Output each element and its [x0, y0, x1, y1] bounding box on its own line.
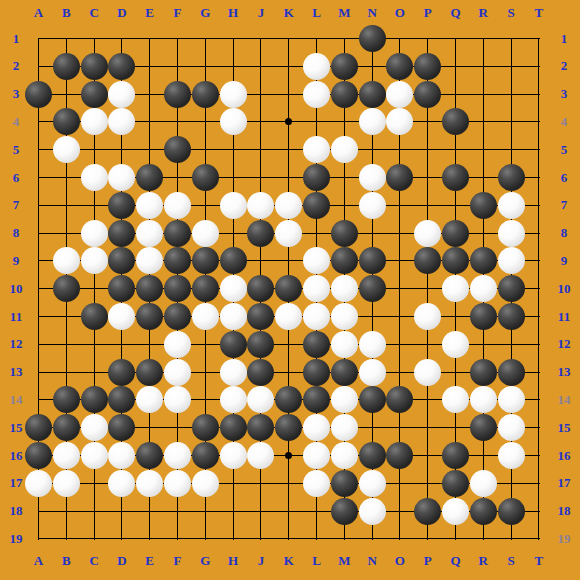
coord-label-right-16: 16: [551, 449, 577, 463]
black-stone-G10[interactable]: [192, 275, 219, 302]
coord-label-right-18: 18: [551, 504, 577, 518]
black-stone-G16[interactable]: [192, 442, 219, 469]
coord-label-right-13: 13: [551, 365, 577, 379]
white-stone-H4[interactable]: [220, 108, 247, 135]
black-stone-M3[interactable]: [331, 81, 358, 108]
white-stone-F14[interactable]: [164, 386, 191, 413]
white-stone-F16[interactable]: [164, 442, 191, 469]
white-stone-M15[interactable]: [331, 414, 358, 441]
white-stone-F17[interactable]: [164, 470, 191, 497]
white-stone-D6[interactable]: [108, 164, 135, 191]
black-stone-N9[interactable]: [359, 247, 386, 274]
black-stone-B2[interactable]: [53, 53, 80, 80]
black-stone-M17[interactable]: [331, 470, 358, 497]
black-stone-L14[interactable]: [303, 386, 330, 413]
black-stone-S11[interactable]: [498, 303, 525, 330]
white-stone-P8[interactable]: [414, 220, 441, 247]
white-stone-M14[interactable]: [331, 386, 358, 413]
coord-label-bottom-O: O: [387, 554, 413, 568]
coord-label-bottom-B: B: [53, 554, 79, 568]
coord-label-bottom-F: F: [165, 554, 191, 568]
black-stone-H15[interactable]: [220, 414, 247, 441]
black-stone-E16[interactable]: [136, 442, 163, 469]
black-stone-G3[interactable]: [192, 81, 219, 108]
white-stone-N4[interactable]: [359, 108, 386, 135]
coord-label-right-6: 6: [551, 171, 577, 185]
coord-label-top-J: J: [248, 6, 274, 20]
white-stone-H14[interactable]: [220, 386, 247, 413]
black-stone-K14[interactable]: [275, 386, 302, 413]
white-stone-H3[interactable]: [220, 81, 247, 108]
white-stone-N17[interactable]: [359, 470, 386, 497]
black-stone-M8[interactable]: [331, 220, 358, 247]
black-stone-F5[interactable]: [164, 136, 191, 163]
black-stone-G6[interactable]: [192, 164, 219, 191]
white-stone-H11[interactable]: [220, 303, 247, 330]
coord-label-right-17: 17: [551, 476, 577, 490]
black-stone-K10[interactable]: [275, 275, 302, 302]
black-stone-Q17[interactable]: [442, 470, 469, 497]
coord-label-top-B: B: [53, 6, 79, 20]
coord-label-top-G: G: [192, 6, 218, 20]
coord-label-bottom-N: N: [359, 554, 385, 568]
black-stone-L12[interactable]: [303, 331, 330, 358]
coord-label-bottom-G: G: [192, 554, 218, 568]
black-stone-J10[interactable]: [247, 275, 274, 302]
black-stone-C2[interactable]: [81, 53, 108, 80]
black-stone-M13[interactable]: [331, 359, 358, 386]
white-stone-H10[interactable]: [220, 275, 247, 302]
black-stone-F8[interactable]: [164, 220, 191, 247]
white-stone-H16[interactable]: [220, 442, 247, 469]
white-stone-C8[interactable]: [81, 220, 108, 247]
coord-label-top-F: F: [165, 6, 191, 20]
black-stone-O6[interactable]: [386, 164, 413, 191]
black-stone-C11[interactable]: [81, 303, 108, 330]
white-stone-D16[interactable]: [108, 442, 135, 469]
go-board-screen: AABBCCDDEEFFGGHHJJKKLLMMNNOOPPQQRRSSTT11…: [0, 0, 580, 580]
black-stone-Q6[interactable]: [442, 164, 469, 191]
white-stone-B5[interactable]: [53, 136, 80, 163]
black-stone-P9[interactable]: [414, 247, 441, 274]
coord-label-bottom-K: K: [276, 554, 302, 568]
black-stone-K15[interactable]: [275, 414, 302, 441]
black-stone-H12[interactable]: [220, 331, 247, 358]
white-stone-K11[interactable]: [275, 303, 302, 330]
black-stone-B15[interactable]: [53, 414, 80, 441]
coord-label-right-15: 15: [551, 421, 577, 435]
white-stone-F12[interactable]: [164, 331, 191, 358]
coord-label-right-4: 4: [551, 115, 577, 129]
black-stone-E10[interactable]: [136, 275, 163, 302]
white-stone-N18[interactable]: [359, 498, 386, 525]
black-stone-J11[interactable]: [247, 303, 274, 330]
black-stone-F10[interactable]: [164, 275, 191, 302]
white-stone-S9[interactable]: [498, 247, 525, 274]
black-stone-F9[interactable]: [164, 247, 191, 274]
white-stone-H13[interactable]: [220, 359, 247, 386]
black-stone-R18[interactable]: [470, 498, 497, 525]
black-stone-P3[interactable]: [414, 81, 441, 108]
black-stone-G9[interactable]: [192, 247, 219, 274]
white-stone-A17[interactable]: [25, 470, 52, 497]
black-stone-R11[interactable]: [470, 303, 497, 330]
white-stone-Q12[interactable]: [442, 331, 469, 358]
black-stone-B10[interactable]: [53, 275, 80, 302]
coord-label-top-M: M: [331, 6, 357, 20]
white-stone-N6[interactable]: [359, 164, 386, 191]
black-stone-N3[interactable]: [359, 81, 386, 108]
black-stone-D2[interactable]: [108, 53, 135, 80]
black-stone-B14[interactable]: [53, 386, 80, 413]
coord-label-bottom-M: M: [331, 554, 357, 568]
white-stone-C4[interactable]: [81, 108, 108, 135]
white-stone-F7[interactable]: [164, 192, 191, 219]
white-stone-K8[interactable]: [275, 220, 302, 247]
coord-label-bottom-T: T: [526, 554, 552, 568]
coord-label-right-14: 14: [551, 393, 577, 407]
white-stone-B16[interactable]: [53, 442, 80, 469]
coord-label-top-S: S: [498, 6, 524, 20]
coord-label-top-D: D: [109, 6, 135, 20]
white-stone-L9[interactable]: [303, 247, 330, 274]
coord-label-bottom-P: P: [415, 554, 441, 568]
white-stone-J7[interactable]: [247, 192, 274, 219]
black-stone-R15[interactable]: [470, 414, 497, 441]
black-stone-D14[interactable]: [108, 386, 135, 413]
coord-label-bottom-C: C: [81, 554, 107, 568]
coord-label-bottom-S: S: [498, 554, 524, 568]
black-stone-Q16[interactable]: [442, 442, 469, 469]
coord-label-bottom-D: D: [109, 554, 135, 568]
black-stone-N1[interactable]: [359, 25, 386, 52]
coord-label-top-O: O: [387, 6, 413, 20]
white-stone-P13[interactable]: [414, 359, 441, 386]
white-stone-F13[interactable]: [164, 359, 191, 386]
black-stone-L13[interactable]: [303, 359, 330, 386]
white-stone-C6[interactable]: [81, 164, 108, 191]
coord-label-right-8: 8: [551, 226, 577, 240]
white-stone-S7[interactable]: [498, 192, 525, 219]
black-stone-J8[interactable]: [247, 220, 274, 247]
coord-label-right-9: 9: [551, 254, 577, 268]
white-stone-D4[interactable]: [108, 108, 135, 135]
white-stone-E8[interactable]: [136, 220, 163, 247]
white-stone-S15[interactable]: [498, 414, 525, 441]
white-stone-O3[interactable]: [386, 81, 413, 108]
white-stone-L2[interactable]: [303, 53, 330, 80]
coord-label-top-P: P: [415, 6, 441, 20]
black-stone-F11[interactable]: [164, 303, 191, 330]
white-stone-R17[interactable]: [470, 470, 497, 497]
coord-label-top-L: L: [304, 6, 330, 20]
white-stone-R10[interactable]: [470, 275, 497, 302]
black-stone-P2[interactable]: [414, 53, 441, 80]
black-stone-C14[interactable]: [81, 386, 108, 413]
coord-label-top-A: A: [26, 6, 52, 20]
white-stone-N12[interactable]: [359, 331, 386, 358]
white-stone-J16[interactable]: [247, 442, 274, 469]
white-stone-C15[interactable]: [81, 414, 108, 441]
coord-label-top-E: E: [137, 6, 163, 20]
black-stone-S18[interactable]: [498, 498, 525, 525]
white-stone-S8[interactable]: [498, 220, 525, 247]
white-stone-B9[interactable]: [53, 247, 80, 274]
black-stone-N16[interactable]: [359, 442, 386, 469]
coord-label-right-1: 1: [551, 32, 577, 46]
coord-label-top-N: N: [359, 6, 385, 20]
coord-label-right-2: 2: [551, 59, 577, 73]
black-stone-R7[interactable]: [470, 192, 497, 219]
white-stone-L5[interactable]: [303, 136, 330, 163]
black-stone-O2[interactable]: [386, 53, 413, 80]
white-stone-D11[interactable]: [108, 303, 135, 330]
black-stone-S10[interactable]: [498, 275, 525, 302]
white-stone-N13[interactable]: [359, 359, 386, 386]
white-stone-M10[interactable]: [331, 275, 358, 302]
white-stone-C16[interactable]: [81, 442, 108, 469]
black-stone-E13[interactable]: [136, 359, 163, 386]
white-stone-G17[interactable]: [192, 470, 219, 497]
white-stone-M16[interactable]: [331, 442, 358, 469]
coord-label-bottom-A: A: [26, 554, 52, 568]
black-stone-Q4[interactable]: [442, 108, 469, 135]
white-stone-B17[interactable]: [53, 470, 80, 497]
coord-label-bottom-Q: Q: [443, 554, 469, 568]
coord-label-bottom-H: H: [220, 554, 246, 568]
white-stone-E14[interactable]: [136, 386, 163, 413]
white-stone-D17[interactable]: [108, 470, 135, 497]
black-stone-A16[interactable]: [25, 442, 52, 469]
black-stone-C3[interactable]: [81, 81, 108, 108]
coord-label-right-7: 7: [551, 198, 577, 212]
white-stone-K7[interactable]: [275, 192, 302, 219]
black-stone-H9[interactable]: [220, 247, 247, 274]
white-stone-L15[interactable]: [303, 414, 330, 441]
white-stone-E7[interactable]: [136, 192, 163, 219]
white-stone-M11[interactable]: [331, 303, 358, 330]
black-stone-S13[interactable]: [498, 359, 525, 386]
black-stone-J12[interactable]: [247, 331, 274, 358]
white-stone-L3[interactable]: [303, 81, 330, 108]
black-stone-E11[interactable]: [136, 303, 163, 330]
black-stone-A3[interactable]: [25, 81, 52, 108]
black-stone-N10[interactable]: [359, 275, 386, 302]
white-stone-C9[interactable]: [81, 247, 108, 274]
black-stone-J15[interactable]: [247, 414, 274, 441]
black-stone-R13[interactable]: [470, 359, 497, 386]
black-stone-P18[interactable]: [414, 498, 441, 525]
black-stone-N14[interactable]: [359, 386, 386, 413]
coord-label-right-19: 19: [551, 532, 577, 546]
white-stone-P11[interactable]: [414, 303, 441, 330]
white-stone-H7[interactable]: [220, 192, 247, 219]
black-stone-D7[interactable]: [108, 192, 135, 219]
coord-label-right-3: 3: [551, 87, 577, 101]
black-stone-M2[interactable]: [331, 53, 358, 80]
black-stone-M9[interactable]: [331, 247, 358, 274]
stones-layer: [25, 25, 553, 553]
coord-label-bottom-E: E: [137, 554, 163, 568]
coord-label-right-10: 10: [551, 282, 577, 296]
white-stone-N7[interactable]: [359, 192, 386, 219]
white-stone-D3[interactable]: [108, 81, 135, 108]
black-stone-O16[interactable]: [386, 442, 413, 469]
coord-label-right-12: 12: [551, 337, 577, 351]
white-stone-L17[interactable]: [303, 470, 330, 497]
white-stone-J14[interactable]: [247, 386, 274, 413]
white-stone-M5[interactable]: [331, 136, 358, 163]
black-stone-L6[interactable]: [303, 164, 330, 191]
coord-label-top-C: C: [81, 6, 107, 20]
coord-label-top-T: T: [526, 6, 552, 20]
black-stone-D9[interactable]: [108, 247, 135, 274]
coord-label-top-K: K: [276, 6, 302, 20]
black-stone-G15[interactable]: [192, 414, 219, 441]
black-stone-J13[interactable]: [247, 359, 274, 386]
white-stone-E17[interactable]: [136, 470, 163, 497]
black-stone-M18[interactable]: [331, 498, 358, 525]
white-stone-R14[interactable]: [470, 386, 497, 413]
white-stone-O4[interactable]: [386, 108, 413, 135]
black-stone-D13[interactable]: [108, 359, 135, 386]
black-stone-L7[interactable]: [303, 192, 330, 219]
white-stone-Q18[interactable]: [442, 498, 469, 525]
black-stone-F3[interactable]: [164, 81, 191, 108]
white-stone-G11[interactable]: [192, 303, 219, 330]
black-stone-R9[interactable]: [470, 247, 497, 274]
coord-label-right-11: 11: [551, 310, 577, 324]
black-stone-B4[interactable]: [53, 108, 80, 135]
black-stone-D8[interactable]: [108, 220, 135, 247]
coord-label-top-R: R: [470, 6, 496, 20]
black-stone-D10[interactable]: [108, 275, 135, 302]
coord-label-top-H: H: [220, 6, 246, 20]
white-stone-L16[interactable]: [303, 442, 330, 469]
black-stone-E6[interactable]: [136, 164, 163, 191]
coord-label-top-Q: Q: [443, 6, 469, 20]
white-stone-G8[interactable]: [192, 220, 219, 247]
black-stone-Q9[interactable]: [442, 247, 469, 274]
black-stone-D15[interactable]: [108, 414, 135, 441]
white-stone-L10[interactable]: [303, 275, 330, 302]
white-stone-S14[interactable]: [498, 386, 525, 413]
black-stone-A15[interactable]: [25, 414, 52, 441]
black-stone-S6[interactable]: [498, 164, 525, 191]
black-stone-Q8[interactable]: [442, 220, 469, 247]
white-stone-Q14[interactable]: [442, 386, 469, 413]
black-stone-O14[interactable]: [386, 386, 413, 413]
white-stone-E9[interactable]: [136, 247, 163, 274]
coord-label-bottom-R: R: [470, 554, 496, 568]
white-stone-S16[interactable]: [498, 442, 525, 469]
white-stone-L11[interactable]: [303, 303, 330, 330]
coord-label-right-5: 5: [551, 143, 577, 157]
coord-label-bottom-L: L: [304, 554, 330, 568]
coord-label-bottom-J: J: [248, 554, 274, 568]
white-stone-Q10[interactable]: [442, 275, 469, 302]
white-stone-M12[interactable]: [331, 331, 358, 358]
